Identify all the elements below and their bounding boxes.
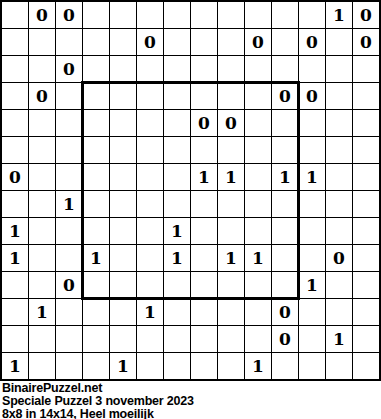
cell-r11c4-empty[interactable] <box>110 299 136 325</box>
cell-r6c13-empty[interactable] <box>353 164 379 190</box>
cell-r7c10-empty[interactable] <box>272 191 298 217</box>
cell-r13c2-empty[interactable] <box>56 353 82 379</box>
cell-r0c2-given-0[interactable]: 0 <box>56 2 82 28</box>
footer: BinairePuzzel.net Speciale Puzzel 3 nove… <box>0 381 381 419</box>
footer-puzzle-title: Speciale Puzzel 3 november 2023 <box>2 395 381 408</box>
cell-r11c3-empty[interactable] <box>83 299 109 325</box>
cell-r5c7-empty[interactable] <box>191 137 217 163</box>
cell-r8c8-empty[interactable] <box>218 218 244 244</box>
cell-r11c13-empty[interactable] <box>353 299 379 325</box>
cell-r13c5-empty[interactable] <box>137 353 163 379</box>
cell-r9c3-given-1[interactable]: 1 <box>83 245 109 271</box>
cell-r9c10-empty[interactable] <box>272 245 298 271</box>
cell-r4c5-empty[interactable] <box>137 110 163 136</box>
cell-r3c3-empty[interactable] <box>83 83 109 109</box>
cell-r1c13-given-0[interactable]: 0 <box>353 29 379 55</box>
cell-r13c7-empty[interactable] <box>191 353 217 379</box>
cell-r3c7-empty[interactable] <box>191 83 217 109</box>
cell-r5c3-empty[interactable] <box>83 137 109 163</box>
cell-r6c2-empty[interactable] <box>56 164 82 190</box>
cell-r6c9-empty[interactable] <box>245 164 271 190</box>
cell-r7c2-given-1[interactable]: 1 <box>56 191 82 217</box>
cell-r7c1-empty[interactable] <box>29 191 55 217</box>
footer-site-name: BinairePuzzel.net <box>2 382 381 395</box>
cell-r9c13-empty[interactable] <box>353 245 379 271</box>
cell-r13c0-given-1[interactable]: 1 <box>2 353 28 379</box>
cell-r6c4-empty[interactable] <box>110 164 136 190</box>
cell-r1c12-empty[interactable] <box>326 29 352 55</box>
footer-puzzle-info: 8x8 in 14x14, Heel moeilijk <box>2 408 381 419</box>
cell-r2c6-empty[interactable] <box>164 56 190 82</box>
cell-r10c7-empty[interactable] <box>191 272 217 298</box>
cell-r5c13-empty[interactable] <box>353 137 379 163</box>
cell-r12c11-empty[interactable] <box>299 326 325 352</box>
cell-r13c12-empty[interactable] <box>326 353 352 379</box>
cell-r5c0-empty[interactable] <box>2 137 28 163</box>
cell-r4c9-empty[interactable] <box>245 110 271 136</box>
cell-r6c6-empty[interactable] <box>164 164 190 190</box>
cell-r1c2-empty[interactable] <box>56 29 82 55</box>
cell-r8c10-empty[interactable] <box>272 218 298 244</box>
cell-r11c6-empty[interactable] <box>164 299 190 325</box>
cell-r10c11-given-1[interactable]: 1 <box>299 272 325 298</box>
cell-r1c8-empty[interactable] <box>218 29 244 55</box>
cell-r13c11-empty[interactable] <box>299 353 325 379</box>
cell-r5c5-empty[interactable] <box>137 137 163 163</box>
cell-r8c11-empty[interactable] <box>299 218 325 244</box>
cell-r6c0-given-0[interactable]: 0 <box>2 164 28 190</box>
cell-r11c10-given-0[interactable]: 0 <box>272 299 298 325</box>
cell-r7c3-empty[interactable] <box>83 191 109 217</box>
cell-r0c13-given-0[interactable]: 0 <box>353 2 379 28</box>
cell-r3c5-empty[interactable] <box>137 83 163 109</box>
cell-r5c12-empty[interactable] <box>326 137 352 163</box>
cell-r10c4-empty[interactable] <box>110 272 136 298</box>
cell-r6c1-empty[interactable] <box>29 164 55 190</box>
cell-r10c2-given-0[interactable]: 0 <box>56 272 82 298</box>
cell-r13c8-empty[interactable] <box>218 353 244 379</box>
cell-r6c8-given-1[interactable]: 1 <box>218 164 244 190</box>
cell-r2c9-empty[interactable] <box>245 56 271 82</box>
cell-r0c5-empty[interactable] <box>137 2 163 28</box>
cell-r10c9-empty[interactable] <box>245 272 271 298</box>
cell-r5c8-empty[interactable] <box>218 137 244 163</box>
cell-r13c1-empty[interactable] <box>29 353 55 379</box>
cell-r12c4-empty[interactable] <box>110 326 136 352</box>
cell-r10c12-empty[interactable] <box>326 272 352 298</box>
cell-r4c3-empty[interactable] <box>83 110 109 136</box>
cell-r8c9-empty[interactable] <box>245 218 271 244</box>
cell-r11c0-empty[interactable] <box>2 299 28 325</box>
cell-r6c11-given-1[interactable]: 1 <box>299 164 325 190</box>
cell-r12c8-empty[interactable] <box>218 326 244 352</box>
cell-r0c4-empty[interactable] <box>110 2 136 28</box>
cell-r6c5-empty[interactable] <box>137 164 163 190</box>
cell-r12c0-empty[interactable] <box>2 326 28 352</box>
cell-r2c0-empty[interactable] <box>2 56 28 82</box>
cell-r13c3-empty[interactable] <box>83 353 109 379</box>
cell-r8c12-empty[interactable] <box>326 218 352 244</box>
cell-r7c5-empty[interactable] <box>137 191 163 217</box>
cell-r8c6-given-1[interactable]: 1 <box>164 218 190 244</box>
cell-r1c4-empty[interactable] <box>110 29 136 55</box>
cell-r1c11-given-0[interactable]: 0 <box>299 29 325 55</box>
cell-r1c10-empty[interactable] <box>272 29 298 55</box>
cell-r13c9-given-1[interactable]: 1 <box>245 353 271 379</box>
cell-r12c6-empty[interactable] <box>164 326 190 352</box>
cell-r10c8-empty[interactable] <box>218 272 244 298</box>
cell-r0c7-empty[interactable] <box>191 2 217 28</box>
cell-r6c3-empty[interactable] <box>83 164 109 190</box>
cell-r9c9-given-1[interactable]: 1 <box>245 245 271 271</box>
cell-r10c5-empty[interactable] <box>137 272 163 298</box>
cell-r3c4-empty[interactable] <box>110 83 136 109</box>
cell-r3c10-given-0[interactable]: 0 <box>272 83 298 109</box>
cell-r11c9-empty[interactable] <box>245 299 271 325</box>
cell-r3c9-empty[interactable] <box>245 83 271 109</box>
cell-r10c13-empty[interactable] <box>353 272 379 298</box>
cell-r2c12-empty[interactable] <box>326 56 352 82</box>
cell-r10c0-empty[interactable] <box>2 272 28 298</box>
cell-r12c12-given-1[interactable]: 1 <box>326 326 352 352</box>
cell-r10c3-empty[interactable] <box>83 272 109 298</box>
cell-r12c5-empty[interactable] <box>137 326 163 352</box>
cell-r1c7-empty[interactable] <box>191 29 217 55</box>
cell-r4c4-empty[interactable] <box>110 110 136 136</box>
cell-r11c8-empty[interactable] <box>218 299 244 325</box>
cell-r12c2-empty[interactable] <box>56 326 82 352</box>
cell-r2c4-empty[interactable] <box>110 56 136 82</box>
cell-r2c5-empty[interactable] <box>137 56 163 82</box>
cell-r2c13-empty[interactable] <box>353 56 379 82</box>
cell-r5c6-empty[interactable] <box>164 137 190 163</box>
cell-r13c4-given-1[interactable]: 1 <box>110 353 136 379</box>
cell-r2c10-empty[interactable] <box>272 56 298 82</box>
cell-r1c5-given-0[interactable]: 0 <box>137 29 163 55</box>
cell-r9c4-empty[interactable] <box>110 245 136 271</box>
cell-r4c12-empty[interactable] <box>326 110 352 136</box>
cell-r9c2-empty[interactable] <box>56 245 82 271</box>
cell-r1c0-empty[interactable] <box>2 29 28 55</box>
cell-r7c7-empty[interactable] <box>191 191 217 217</box>
cell-r7c9-empty[interactable] <box>245 191 271 217</box>
cell-r9c0-given-1[interactable]: 1 <box>2 245 28 271</box>
cell-r4c6-empty[interactable] <box>164 110 190 136</box>
cell-r2c2-given-0[interactable]: 0 <box>56 56 82 82</box>
cell-r11c1-given-1[interactable]: 1 <box>29 299 55 325</box>
cell-r8c13-empty[interactable] <box>353 218 379 244</box>
cell-r5c1-empty[interactable] <box>29 137 55 163</box>
cell-r1c6-empty[interactable] <box>164 29 190 55</box>
cell-r7c12-empty[interactable] <box>326 191 352 217</box>
cell-r10c1-empty[interactable] <box>29 272 55 298</box>
cell-r5c11-empty[interactable] <box>299 137 325 163</box>
cell-r0c12-given-1[interactable]: 1 <box>326 2 352 28</box>
cell-r11c2-empty[interactable] <box>56 299 82 325</box>
cell-r3c11-given-0[interactable]: 0 <box>299 83 325 109</box>
cell-r5c9-empty[interactable] <box>245 137 271 163</box>
cell-r4c7-given-0[interactable]: 0 <box>191 110 217 136</box>
cell-r9c1-empty[interactable] <box>29 245 55 271</box>
cell-r9c7-empty[interactable] <box>191 245 217 271</box>
cell-r13c10-empty[interactable] <box>272 353 298 379</box>
cell-r11c12-empty[interactable] <box>326 299 352 325</box>
cell-r7c13-empty[interactable] <box>353 191 379 217</box>
cell-r0c9-empty[interactable] <box>245 2 271 28</box>
cell-r12c10-given-0[interactable]: 0 <box>272 326 298 352</box>
cell-r4c2-empty[interactable] <box>56 110 82 136</box>
cell-r13c6-empty[interactable] <box>164 353 190 379</box>
cell-r13c13-empty[interactable] <box>353 353 379 379</box>
cell-r12c3-empty[interactable] <box>83 326 109 352</box>
cell-r0c11-empty[interactable] <box>299 2 325 28</box>
cell-r2c3-empty[interactable] <box>83 56 109 82</box>
cell-r2c8-empty[interactable] <box>218 56 244 82</box>
cell-r7c4-empty[interactable] <box>110 191 136 217</box>
cell-r2c1-empty[interactable] <box>29 56 55 82</box>
cell-r7c0-empty[interactable] <box>2 191 28 217</box>
cell-r3c1-given-0[interactable]: 0 <box>29 83 55 109</box>
cell-r11c11-empty[interactable] <box>299 299 325 325</box>
cell-r6c10-given-1[interactable]: 1 <box>272 164 298 190</box>
cell-r3c6-empty[interactable] <box>164 83 190 109</box>
cell-r8c0-given-1[interactable]: 1 <box>2 218 28 244</box>
cell-r10c6-empty[interactable] <box>164 272 190 298</box>
cell-r4c1-empty[interactable] <box>29 110 55 136</box>
cell-r6c12-empty[interactable] <box>326 164 352 190</box>
cell-r3c0-empty[interactable] <box>2 83 28 109</box>
cell-r3c8-empty[interactable] <box>218 83 244 109</box>
cell-r0c8-empty[interactable] <box>218 2 244 28</box>
cell-r12c13-empty[interactable] <box>353 326 379 352</box>
cell-r8c1-empty[interactable] <box>29 218 55 244</box>
cell-r8c7-empty[interactable] <box>191 218 217 244</box>
cell-r0c3-empty[interactable] <box>83 2 109 28</box>
cell-r4c13-empty[interactable] <box>353 110 379 136</box>
cell-r12c7-empty[interactable] <box>191 326 217 352</box>
cell-r4c10-empty[interactable] <box>272 110 298 136</box>
cell-r4c0-empty[interactable] <box>2 110 28 136</box>
cell-r6c7-given-1[interactable]: 1 <box>191 164 217 190</box>
cell-r3c2-empty[interactable] <box>56 83 82 109</box>
cell-r8c5-empty[interactable] <box>137 218 163 244</box>
cell-r5c10-empty[interactable] <box>272 137 298 163</box>
cell-r0c6-empty[interactable] <box>164 2 190 28</box>
cell-r3c12-empty[interactable] <box>326 83 352 109</box>
cell-r5c4-empty[interactable] <box>110 137 136 163</box>
cell-r1c3-empty[interactable] <box>83 29 109 55</box>
cell-r5c2-empty[interactable] <box>56 137 82 163</box>
cell-r3c13-empty[interactable] <box>353 83 379 109</box>
cell-r11c5-given-1[interactable]: 1 <box>137 299 163 325</box>
cell-r9c5-empty[interactable] <box>137 245 163 271</box>
cell-r1c1-empty[interactable] <box>29 29 55 55</box>
cell-r2c11-empty[interactable] <box>299 56 325 82</box>
cell-r0c10-empty[interactable] <box>272 2 298 28</box>
cell-r8c4-empty[interactable] <box>110 218 136 244</box>
cell-r1c9-given-0[interactable]: 0 <box>245 29 271 55</box>
cell-r8c2-empty[interactable] <box>56 218 82 244</box>
cell-r4c8-given-0[interactable]: 0 <box>218 110 244 136</box>
cell-r4c11-empty[interactable] <box>299 110 325 136</box>
cell-r7c6-empty[interactable] <box>164 191 190 217</box>
cell-r10c10-empty[interactable] <box>272 272 298 298</box>
cell-r0c0-empty[interactable] <box>2 2 28 28</box>
cell-r2c7-empty[interactable] <box>191 56 217 82</box>
puzzle-board: 00100000000000011111111111100111001111 <box>0 0 381 381</box>
cell-r11c7-empty[interactable] <box>191 299 217 325</box>
cell-r9c6-given-1[interactable]: 1 <box>164 245 190 271</box>
cell-r0c1-given-0[interactable]: 0 <box>29 2 55 28</box>
cell-r12c9-empty[interactable] <box>245 326 271 352</box>
cell-r7c8-empty[interactable] <box>218 191 244 217</box>
cell-r9c12-given-0[interactable]: 0 <box>326 245 352 271</box>
cell-r7c11-empty[interactable] <box>299 191 325 217</box>
cell-r9c11-empty[interactable] <box>299 245 325 271</box>
cell-r12c1-empty[interactable] <box>29 326 55 352</box>
cell-r8c3-empty[interactable] <box>83 218 109 244</box>
cell-r9c8-given-1[interactable]: 1 <box>218 245 244 271</box>
